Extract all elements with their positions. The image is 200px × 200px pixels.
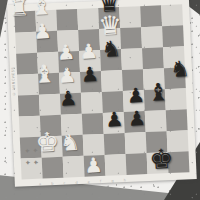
- square-h5[interactable]: [164, 67, 186, 89]
- square-e2[interactable]: [104, 133, 126, 155]
- square-f5[interactable]: [122, 69, 144, 91]
- square-g8[interactable]: [140, 5, 162, 27]
- square-g4[interactable]: [144, 89, 166, 111]
- square-c2[interactable]: [62, 135, 84, 157]
- square-f6[interactable]: [121, 48, 143, 70]
- square-g2[interactable]: [146, 131, 168, 153]
- square-d8[interactable]: [77, 8, 99, 30]
- square-f8[interactable]: [119, 6, 141, 28]
- square-g7[interactable]: [141, 26, 163, 48]
- square-b5[interactable]: [38, 73, 60, 95]
- square-e8[interactable]: [98, 7, 120, 29]
- square-h8[interactable]: [161, 4, 183, 26]
- square-g6[interactable]: [142, 47, 164, 69]
- square-f7[interactable]: [120, 27, 142, 49]
- photo-frame: © WINCHESS ✦ ✦ ✦ ✦ ♜♝♛♟♛♟♟♞♝♟♟♞♟♟♝♟♟♚♞♟♚…: [0, 0, 200, 200]
- square-e4[interactable]: [102, 91, 124, 113]
- square-a3[interactable]: [19, 116, 41, 138]
- square-g1[interactable]: [147, 152, 169, 174]
- square-a8[interactable]: [14, 11, 36, 33]
- square-f1[interactable]: [126, 153, 148, 175]
- square-h7[interactable]: [162, 25, 184, 47]
- square-d3[interactable]: [82, 113, 104, 135]
- square-h1[interactable]: [168, 151, 190, 173]
- square-e1[interactable]: [105, 154, 127, 176]
- square-e5[interactable]: [101, 70, 123, 92]
- square-b1[interactable]: [42, 157, 64, 179]
- square-b8[interactable]: [35, 10, 57, 32]
- square-b6[interactable]: [37, 52, 59, 74]
- square-c1[interactable]: [63, 156, 85, 178]
- square-a2[interactable]: [20, 137, 42, 159]
- board-grid: [14, 4, 189, 179]
- square-a5[interactable]: [17, 74, 39, 96]
- square-g5[interactable]: [143, 68, 165, 90]
- square-b2[interactable]: [41, 136, 63, 158]
- square-c4[interactable]: [60, 93, 82, 115]
- square-c7[interactable]: [57, 30, 79, 52]
- square-h3[interactable]: [166, 109, 188, 131]
- square-d6[interactable]: [79, 50, 101, 72]
- square-c6[interactable]: [58, 51, 80, 73]
- square-d5[interactable]: [80, 71, 102, 93]
- square-c8[interactable]: [56, 9, 78, 31]
- square-c3[interactable]: [61, 114, 83, 136]
- square-d1[interactable]: [84, 155, 106, 177]
- square-e6[interactable]: [100, 49, 122, 71]
- square-a1[interactable]: [21, 158, 43, 180]
- square-f4[interactable]: [123, 90, 145, 112]
- square-d7[interactable]: [78, 29, 100, 51]
- square-a6[interactable]: [16, 53, 38, 75]
- square-f3[interactable]: [124, 111, 146, 133]
- square-c5[interactable]: [59, 72, 81, 94]
- square-g3[interactable]: [145, 110, 167, 132]
- square-h6[interactable]: [163, 46, 185, 68]
- square-h2[interactable]: [167, 130, 189, 152]
- square-e3[interactable]: [103, 112, 125, 134]
- board-brand-text: © WINCHESS: [11, 66, 17, 96]
- square-b4[interactable]: [39, 94, 61, 116]
- square-a7[interactable]: [15, 32, 37, 54]
- square-h4[interactable]: [165, 88, 187, 110]
- square-e7[interactable]: [99, 28, 121, 50]
- square-f2[interactable]: [125, 132, 147, 154]
- chess-board: © WINCHESS ✦ ✦ ✦ ✦ ♜♝♛♟♛♟♟♞♝♟♟♞♟♟♝♟♟♚♞♟♚…: [7, 0, 197, 187]
- square-a4[interactable]: [18, 95, 40, 117]
- square-d4[interactable]: [81, 92, 103, 114]
- square-b3[interactable]: [40, 115, 62, 137]
- square-d2[interactable]: [83, 134, 105, 156]
- square-b7[interactable]: [36, 31, 58, 53]
